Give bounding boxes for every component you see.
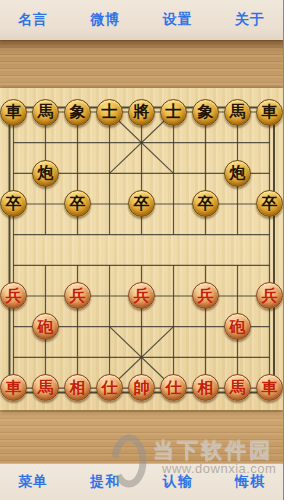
board-intersection-i9[interactable] [254, 127, 284, 158]
board-intersection-f6[interactable] [158, 219, 190, 250]
piece-red-elephant[interactable]: 相 [192, 374, 219, 401]
board-intersection-i2[interactable] [254, 342, 284, 373]
board-intersection-a10[interactable]: 車 [0, 97, 30, 128]
piece-red-horse[interactable]: 馬 [224, 374, 251, 401]
board-intersection-h5[interactable] [222, 250, 254, 281]
piece-black-advisor[interactable]: 士 [160, 99, 187, 126]
top-menu-item-4[interactable]: 关于 [235, 11, 265, 29]
board-intersection-f10[interactable]: 士 [158, 97, 190, 128]
board-intersection-f5[interactable] [158, 250, 190, 281]
piece-red-general[interactable]: 帥 [128, 374, 155, 401]
board-intersection-c10[interactable]: 象 [62, 97, 94, 128]
board-intersection-g10[interactable]: 象 [190, 97, 222, 128]
top-menu-item-1[interactable]: 名言 [18, 11, 48, 29]
board-intersection-h8[interactable]: 炮 [222, 158, 254, 189]
board-intersection-a1[interactable]: 車 [0, 373, 30, 404]
board-intersection-a9[interactable] [0, 127, 30, 158]
board-intersection-d10[interactable]: 士 [94, 97, 126, 128]
board-intersection-c9[interactable] [62, 127, 94, 158]
board-intersection-b7[interactable] [30, 189, 62, 220]
board-intersection-g1[interactable]: 相 [190, 373, 222, 404]
board-intersection-i8[interactable] [254, 158, 284, 189]
board-intersection-a8[interactable] [0, 158, 30, 189]
board-intersection-a4[interactable]: 兵 [0, 281, 30, 312]
board-intersection-c1[interactable]: 相 [62, 373, 94, 404]
board-intersection-g7[interactable]: 卒 [190, 189, 222, 220]
piece-black-soldier[interactable]: 卒 [192, 190, 219, 217]
piece-red-cannon[interactable]: 砲 [224, 313, 251, 340]
piece-red-advisor[interactable]: 仕 [160, 374, 187, 401]
piece-red-advisor[interactable]: 仕 [96, 374, 123, 401]
piece-red-soldier[interactable]: 兵 [192, 282, 219, 309]
piece-red-horse[interactable]: 馬 [32, 374, 59, 401]
piece-red-chariot[interactable]: 車 [0, 374, 27, 401]
piece-black-chariot[interactable]: 車 [0, 99, 27, 126]
board-intersection-e6[interactable] [126, 219, 158, 250]
piece-black-soldier[interactable]: 卒 [256, 190, 283, 217]
piece-red-elephant[interactable]: 相 [64, 374, 91, 401]
board-intersection-b8[interactable]: 炮 [30, 158, 62, 189]
board-intersection-b4[interactable] [30, 281, 62, 312]
piece-red-cannon[interactable]: 砲 [32, 313, 59, 340]
board-intersection-i1[interactable]: 車 [254, 373, 284, 404]
board-intersection-a7[interactable]: 卒 [0, 189, 30, 220]
board-intersection-d5[interactable] [94, 250, 126, 281]
piece-black-chariot[interactable]: 車 [256, 99, 283, 126]
piece-black-advisor[interactable]: 士 [96, 99, 123, 126]
board-intersection-b5[interactable] [30, 250, 62, 281]
board-intersection-g3[interactable] [190, 311, 222, 342]
piece-black-horse[interactable]: 馬 [224, 99, 251, 126]
board-intersection-i10[interactable]: 車 [254, 97, 284, 128]
board-intersection-i3[interactable] [254, 311, 284, 342]
board-intersection-b10[interactable]: 馬 [30, 97, 62, 128]
board-intersection-b3[interactable]: 砲 [30, 311, 62, 342]
piece-black-horse[interactable]: 馬 [32, 99, 59, 126]
board-intersection-i4[interactable]: 兵 [254, 281, 284, 312]
board-intersection-g6[interactable] [190, 219, 222, 250]
board-intersection-c4[interactable]: 兵 [62, 281, 94, 312]
top-menu-item-2[interactable]: 微博 [90, 11, 120, 29]
board-intersection-h6[interactable] [222, 219, 254, 250]
bottom-menu-item-2[interactable]: 提和 [90, 473, 120, 491]
piece-red-soldier[interactable]: 兵 [256, 282, 283, 309]
piece-black-soldier[interactable]: 卒 [128, 190, 155, 217]
board-intersection-h1[interactable]: 馬 [222, 373, 254, 404]
board-intersection-e3[interactable] [126, 311, 158, 342]
board-intersection-e2[interactable] [126, 342, 158, 373]
bottom-menu-bar: 菜单提和认输悔棋 [0, 463, 283, 500]
board-intersection-h7[interactable] [222, 189, 254, 220]
board-intersection-a3[interactable] [0, 311, 30, 342]
board-intersection-e10[interactable]: 將 [126, 97, 158, 128]
board-intersection-f2[interactable] [158, 342, 190, 373]
top-menu-bar: 名言微博设置关于 [0, 0, 283, 40]
board-intersection-d9[interactable] [94, 127, 126, 158]
board-intersection-c5[interactable] [62, 250, 94, 281]
board-intersection-e1[interactable]: 帥 [126, 373, 158, 404]
piece-red-soldier[interactable]: 兵 [128, 282, 155, 309]
board-intersection-d7[interactable] [94, 189, 126, 220]
board-intersection-e4[interactable]: 兵 [126, 281, 158, 312]
board-intersection-f1[interactable]: 仕 [158, 373, 190, 404]
board-intersection-b1[interactable]: 馬 [30, 373, 62, 404]
xiangqi-board[interactable]: 車馬象士將士象馬車炮炮卒卒卒卒卒兵兵兵兵兵砲砲車馬相仕帥仕相馬車 [0, 88, 283, 410]
board-intersection-f8[interactable] [158, 158, 190, 189]
board-intersection-d3[interactable] [94, 311, 126, 342]
board-intersection-d6[interactable] [94, 219, 126, 250]
board-intersection-a5[interactable] [0, 250, 30, 281]
board-intersection-h4[interactable] [222, 281, 254, 312]
board-intersection-a6[interactable] [0, 219, 30, 250]
piece-black-soldier[interactable]: 卒 [64, 190, 91, 217]
board-intersection-g9[interactable] [190, 127, 222, 158]
bottom-menu-item-3[interactable]: 认输 [163, 473, 193, 491]
board-intersection-e9[interactable] [126, 127, 158, 158]
piece-red-soldier[interactable]: 兵 [64, 282, 91, 309]
board-intersection-e7[interactable]: 卒 [126, 189, 158, 220]
piece-black-soldier[interactable]: 卒 [0, 190, 27, 217]
bottom-menu-item-1[interactable]: 菜单 [18, 473, 48, 491]
board-intersection-b2[interactable] [30, 342, 62, 373]
board-intersection-d4[interactable] [94, 281, 126, 312]
board-intersection-e5[interactable] [126, 250, 158, 281]
top-menu-item-3[interactable]: 设置 [163, 11, 193, 29]
board-intersection-f3[interactable] [158, 311, 190, 342]
board-intersection-f4[interactable] [158, 281, 190, 312]
piece-red-chariot[interactable]: 車 [256, 374, 283, 401]
board-intersection-i5[interactable] [254, 250, 284, 281]
board-intersection-h10[interactable]: 馬 [222, 97, 254, 128]
board-intersection-c3[interactable] [62, 311, 94, 342]
piece-black-cannon[interactable]: 炮 [32, 160, 59, 187]
board-intersection-c7[interactable]: 卒 [62, 189, 94, 220]
board-intersection-e8[interactable] [126, 158, 158, 189]
board-intersection-i6[interactable] [254, 219, 284, 250]
board-intersection-d2[interactable] [94, 342, 126, 373]
board-intersection-g8[interactable] [190, 158, 222, 189]
piece-red-soldier[interactable]: 兵 [0, 282, 27, 309]
piece-black-cannon[interactable]: 炮 [224, 160, 251, 187]
piece-black-elephant[interactable]: 象 [64, 99, 91, 126]
board-intersection-d8[interactable] [94, 158, 126, 189]
board-intersection-c8[interactable] [62, 158, 94, 189]
board-intersection-b6[interactable] [30, 219, 62, 250]
xiangqi-app-window: 名言微博设置关于 車馬象士將士象馬車炮炮卒卒卒卒卒兵兵兵兵兵砲砲車馬相仕帥仕相馬… [0, 0, 283, 500]
board-intersection-h2[interactable] [222, 342, 254, 373]
board-intersection-g5[interactable] [190, 250, 222, 281]
piece-black-elephant[interactable]: 象 [192, 99, 219, 126]
board-intersection-b9[interactable] [30, 127, 62, 158]
board-intersection-c6[interactable] [62, 219, 94, 250]
board-intersection-g2[interactable] [190, 342, 222, 373]
board-intersections: 車馬象士將士象馬車炮炮卒卒卒卒卒兵兵兵兵兵砲砲車馬相仕帥仕相馬車 [0, 97, 283, 404]
board-intersection-f7[interactable] [158, 189, 190, 220]
board-intersection-f9[interactable] [158, 127, 190, 158]
bottom-menu-item-4[interactable]: 悔棋 [235, 473, 265, 491]
board-intersection-i7[interactable]: 卒 [254, 189, 284, 220]
board-intersection-c2[interactable] [62, 342, 94, 373]
board-intersection-h3[interactable]: 砲 [222, 311, 254, 342]
piece-black-general[interactable]: 將 [128, 99, 155, 126]
board-intersection-d1[interactable]: 仕 [94, 373, 126, 404]
board-intersection-h9[interactable] [222, 127, 254, 158]
board-intersection-g4[interactable]: 兵 [190, 281, 222, 312]
board-intersection-a2[interactable] [0, 342, 30, 373]
